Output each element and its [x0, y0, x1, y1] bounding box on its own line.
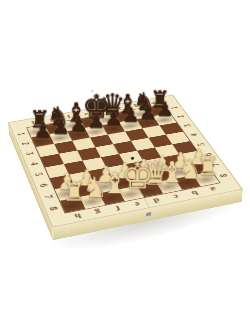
- piece-shadow: [145, 106, 172, 117]
- square-f6[interactable]: [88, 168, 113, 182]
- product-photo: hgfedcba hgfedcba 12345678 12345678 ♜♞♝♚…: [0, 0, 250, 330]
- rank-label-3: 3: [19, 147, 41, 159]
- clasp: [146, 212, 151, 216]
- square-g6[interactable]: [69, 171, 93, 185]
- rank-label-4: 4: [23, 157, 46, 170]
- chess-board: hgfedcba hgfedcba 12345678 12345678 ♜♞♝♚…: [8, 95, 243, 228]
